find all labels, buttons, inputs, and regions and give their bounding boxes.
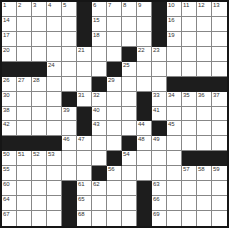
clue-number: 4 (48, 2, 51, 9)
black-cell (167, 77, 182, 92)
grid-cell[interactable] (32, 107, 47, 122)
clue-number: 23 (153, 47, 160, 54)
clue-number: 20 (3, 47, 10, 54)
grid-cell[interactable]: 36 (197, 92, 212, 107)
clue-number: 17 (3, 32, 10, 39)
black-cell (152, 17, 167, 32)
grid-cell[interactable]: 3 (32, 2, 47, 17)
grid-cell[interactable]: 16 (167, 17, 182, 32)
grid-cell[interactable] (182, 211, 197, 226)
grid-cell[interactable] (197, 32, 212, 47)
clue-number: 51 (18, 151, 25, 158)
grid-cell[interactable] (77, 62, 92, 77)
crossword-grid: 1234567891011121314151617181920212223242… (0, 0, 229, 228)
grid-cell[interactable] (17, 17, 32, 32)
black-cell (122, 136, 137, 151)
grid-cell[interactable] (182, 32, 197, 47)
clue-number: 22 (138, 47, 145, 54)
grid-cell[interactable] (212, 107, 227, 122)
clue-number: 56 (108, 166, 115, 173)
clue-number: 66 (153, 196, 160, 203)
grid-cell[interactable] (47, 77, 62, 92)
grid-cell[interactable]: 30 (2, 92, 17, 107)
black-cell (92, 77, 107, 92)
grid-cell[interactable] (197, 47, 212, 62)
grid-cell[interactable] (92, 211, 107, 226)
grid-cell[interactable] (17, 196, 32, 211)
grid-cell[interactable] (197, 107, 212, 122)
grid-cell[interactable]: 60 (2, 181, 17, 196)
black-cell (212, 77, 227, 92)
grid-cell[interactable] (17, 181, 32, 196)
grid-cell[interactable] (17, 211, 32, 226)
black-cell (107, 62, 122, 77)
grid-cell[interactable] (197, 181, 212, 196)
grid-cell[interactable]: 49 (152, 136, 167, 151)
grid-cell[interactable]: 8 (122, 2, 137, 17)
clue-number: 33 (153, 92, 160, 99)
grid-cell[interactable] (92, 136, 107, 151)
grid-cell[interactable] (92, 151, 107, 166)
grid-cell[interactable] (107, 121, 122, 136)
clue-number: 10 (168, 2, 175, 9)
grid-cell[interactable] (122, 166, 137, 181)
grid-cell[interactable] (137, 17, 152, 32)
grid-cell[interactable] (62, 121, 77, 136)
grid-cell[interactable] (17, 166, 32, 181)
grid-cell[interactable] (167, 62, 182, 77)
clue-number: 43 (93, 121, 100, 128)
grid-cell[interactable]: 43 (92, 121, 107, 136)
grid-cell[interactable] (167, 211, 182, 226)
clue-number: 3 (33, 2, 36, 9)
grid-cell[interactable] (62, 32, 77, 47)
grid-cell[interactable]: 32 (92, 92, 107, 107)
grid-cell[interactable] (17, 32, 32, 47)
grid-cell[interactable] (167, 181, 182, 196)
grid-cell[interactable] (17, 107, 32, 122)
grid-cell[interactable]: 20 (2, 47, 17, 62)
grid-cell[interactable] (182, 62, 197, 77)
grid-cell[interactable]: 64 (2, 196, 17, 211)
grid-cell[interactable] (77, 77, 92, 92)
grid-cell[interactable]: 39 (62, 107, 77, 122)
black-cell (77, 32, 92, 47)
clue-number: 5 (63, 2, 66, 9)
grid-cell[interactable]: 5 (62, 2, 77, 17)
grid-cell[interactable]: 46 (62, 136, 77, 151)
clue-number: 54 (123, 151, 130, 158)
grid-cell[interactable] (197, 211, 212, 226)
clue-number: 58 (198, 166, 205, 173)
grid-cell[interactable]: 26 (2, 77, 17, 92)
clue-number: 21 (78, 47, 85, 54)
clue-number: 16 (168, 17, 175, 24)
grid-cell[interactable]: 52 (32, 151, 47, 166)
grid-cell[interactable]: 18 (92, 32, 107, 47)
grid-cell[interactable] (212, 32, 227, 47)
grid-cell[interactable] (167, 151, 182, 166)
clue-number: 18 (93, 32, 100, 39)
grid-cell[interactable] (92, 62, 107, 77)
black-cell (182, 151, 197, 166)
clue-number: 11 (183, 2, 189, 9)
clue-number: 49 (153, 136, 160, 143)
grid-cell[interactable]: 34 (167, 92, 182, 107)
clue-number: 63 (153, 181, 160, 188)
grid-cell[interactable] (137, 166, 152, 181)
clue-number: 40 (93, 107, 100, 114)
clue-number: 38 (3, 107, 10, 114)
grid-cell[interactable] (137, 77, 152, 92)
black-cell (137, 181, 152, 196)
clue-number: 50 (3, 151, 10, 158)
grid-cell[interactable] (212, 47, 227, 62)
grid-cell[interactable] (212, 136, 227, 151)
grid-cell[interactable]: 41 (152, 107, 167, 122)
grid-cell[interactable]: 68 (77, 211, 92, 226)
grid-cell[interactable]: 38 (2, 107, 17, 122)
grid-cell[interactable] (47, 181, 62, 196)
grid-cell[interactable] (122, 32, 137, 47)
grid-cell[interactable] (197, 121, 212, 136)
grid-cell[interactable]: 66 (152, 196, 167, 211)
grid-cell[interactable]: 14 (2, 17, 17, 32)
grid-cell[interactable] (182, 121, 197, 136)
grid-cell[interactable] (197, 62, 212, 77)
grid-cell[interactable] (47, 107, 62, 122)
grid-cell[interactable] (122, 211, 137, 226)
black-cell (152, 121, 167, 136)
grid-cell[interactable]: 21 (77, 47, 92, 62)
grid-cell[interactable] (167, 166, 182, 181)
black-cell (62, 211, 77, 226)
grid-cell[interactable] (152, 166, 167, 181)
grid-cell[interactable] (107, 107, 122, 122)
black-cell (107, 151, 122, 166)
grid-cell[interactable]: 37 (212, 92, 227, 107)
grid-cell[interactable]: 50 (2, 151, 17, 166)
clue-number: 55 (3, 166, 10, 173)
grid-cell[interactable] (92, 196, 107, 211)
clue-number: 57 (183, 166, 190, 173)
grid-cell[interactable] (167, 107, 182, 122)
grid-cell[interactable]: 57 (182, 166, 197, 181)
grid-cell[interactable] (47, 211, 62, 226)
clue-number: 44 (138, 121, 145, 128)
black-cell (77, 17, 92, 32)
grid-cell[interactable]: 40 (92, 107, 107, 122)
grid-cell[interactable]: 9 (137, 2, 152, 17)
grid-cell[interactable]: 12 (197, 2, 212, 17)
grid-cell[interactable] (107, 17, 122, 32)
black-cell (32, 62, 47, 77)
grid-cell[interactable]: 54 (122, 151, 137, 166)
grid-cell[interactable]: 10 (167, 2, 182, 17)
grid-cell[interactable] (212, 62, 227, 77)
grid-cell[interactable] (47, 121, 62, 136)
grid-cell[interactable] (167, 196, 182, 211)
grid-cell[interactable]: 17 (2, 32, 17, 47)
black-cell (92, 166, 107, 181)
grid-cell[interactable]: 42 (2, 121, 17, 136)
grid-cell[interactable]: 69 (152, 211, 167, 226)
grid-cell[interactable] (32, 17, 47, 32)
grid-cell[interactable] (197, 136, 212, 151)
black-cell (77, 107, 92, 122)
clue-number: 8 (123, 2, 126, 9)
grid-cell[interactable] (17, 47, 32, 62)
black-cell (137, 211, 152, 226)
grid-cell[interactable] (212, 211, 227, 226)
clue-number: 26 (3, 77, 10, 84)
grid-cell[interactable] (152, 62, 167, 77)
grid-cell[interactable]: 35 (182, 92, 197, 107)
clue-number: 65 (78, 196, 85, 203)
grid-cell[interactable] (152, 151, 167, 166)
black-cell (77, 121, 92, 136)
grid-cell[interactable]: 51 (17, 151, 32, 166)
clue-number: 69 (153, 211, 160, 218)
grid-cell[interactable]: 7 (107, 2, 122, 17)
grid-cell[interactable]: 61 (77, 181, 92, 196)
clue-number: 12 (198, 2, 205, 9)
grid-cell[interactable]: 29 (107, 77, 122, 92)
clue-number: 67 (3, 211, 10, 218)
clue-number: 60 (3, 181, 10, 188)
black-cell (2, 62, 17, 77)
clue-number: 1 (3, 2, 6, 9)
grid-cell[interactable] (47, 32, 62, 47)
grid-cell[interactable] (32, 166, 47, 181)
clue-number: 29 (108, 77, 115, 84)
grid-cell[interactable] (122, 17, 137, 32)
clue-number: 41 (153, 107, 160, 114)
clue-number: 48 (138, 136, 145, 143)
grid-cell[interactable] (47, 166, 62, 181)
grid-cell[interactable] (122, 107, 137, 122)
clue-number: 27 (18, 77, 25, 84)
grid-cell[interactable]: 22 (137, 47, 152, 62)
black-cell (197, 77, 212, 92)
grid-cell[interactable]: 31 (77, 92, 92, 107)
grid-cell[interactable] (212, 196, 227, 211)
clue-number: 68 (78, 211, 85, 218)
clue-number: 30 (3, 92, 10, 99)
grid-cell[interactable] (197, 17, 212, 32)
grid-cell[interactable] (62, 166, 77, 181)
black-cell (197, 151, 212, 166)
grid-cell[interactable] (32, 181, 47, 196)
grid-cell[interactable]: 67 (2, 211, 17, 226)
clue-number: 61 (78, 181, 85, 188)
black-cell (182, 77, 197, 92)
grid-cell[interactable] (77, 151, 92, 166)
grid-cell[interactable]: 1 (2, 2, 17, 17)
black-cell (62, 92, 77, 107)
grid-cell[interactable]: 59 (212, 166, 227, 181)
grid-cell[interactable]: 6 (92, 2, 107, 17)
clue-number: 36 (198, 92, 205, 99)
clue-number: 25 (123, 62, 130, 69)
black-cell (32, 136, 47, 151)
grid-cell[interactable]: 28 (32, 77, 47, 92)
clue-number: 15 (93, 17, 100, 24)
grid-cell[interactable] (182, 107, 197, 122)
clue-number: 28 (33, 77, 40, 84)
grid-cell[interactable]: 62 (92, 181, 107, 196)
grid-cell[interactable] (107, 136, 122, 151)
grid-cell[interactable]: 45 (167, 121, 182, 136)
black-cell (62, 196, 77, 211)
grid-cell[interactable] (32, 32, 47, 47)
clue-number: 32 (93, 92, 100, 99)
clue-number: 47 (78, 136, 85, 143)
grid-cell[interactable] (122, 181, 137, 196)
grid-cell[interactable] (107, 32, 122, 47)
grid-cell[interactable] (107, 211, 122, 226)
black-cell (137, 92, 152, 107)
grid-cell[interactable] (212, 181, 227, 196)
grid-cell[interactable] (122, 77, 137, 92)
grid-cell[interactable] (137, 151, 152, 166)
clue-number: 53 (48, 151, 55, 158)
clue-number: 6 (93, 2, 96, 9)
grid-cell[interactable]: 23 (152, 47, 167, 62)
clue-number: 64 (3, 196, 10, 203)
grid-cell[interactable] (182, 47, 197, 62)
grid-cell[interactable] (197, 196, 212, 211)
grid-cell[interactable]: 33 (152, 92, 167, 107)
clue-number: 52 (33, 151, 40, 158)
grid-cell[interactable] (47, 196, 62, 211)
grid-cell[interactable] (107, 196, 122, 211)
grid-cell[interactable] (92, 47, 107, 62)
grid-cell[interactable]: 63 (152, 181, 167, 196)
black-cell (17, 136, 32, 151)
clue-number: 37 (213, 92, 220, 99)
grid-cell[interactable]: 11 (182, 2, 197, 17)
grid-cell[interactable]: 56 (107, 166, 122, 181)
black-cell (17, 62, 32, 77)
grid-cell[interactable]: 55 (2, 166, 17, 181)
grid-cell[interactable] (32, 47, 47, 62)
grid-cell[interactable] (167, 47, 182, 62)
clue-number: 39 (63, 107, 70, 114)
grid-cell[interactable]: 13 (212, 2, 227, 17)
grid-cell[interactable]: 58 (197, 166, 212, 181)
clue-number: 14 (3, 17, 10, 24)
grid-cell[interactable] (137, 62, 152, 77)
grid-cell[interactable]: 19 (167, 32, 182, 47)
grid-cell[interactable] (212, 121, 227, 136)
grid-cell[interactable] (182, 136, 197, 151)
grid-cell[interactable] (17, 121, 32, 136)
black-cell (122, 47, 137, 62)
grid-cell[interactable] (107, 47, 122, 62)
grid-cell[interactable] (122, 121, 137, 136)
clue-number: 35 (183, 92, 190, 99)
black-cell (2, 136, 17, 151)
grid-cell[interactable] (122, 92, 137, 107)
clue-number: 31 (78, 92, 85, 99)
grid-cell[interactable] (62, 77, 77, 92)
grid-cell[interactable] (107, 92, 122, 107)
grid-cell[interactable]: 4 (47, 2, 62, 17)
grid-cell[interactable] (122, 196, 137, 211)
clue-number: 45 (168, 121, 175, 128)
black-cell (137, 196, 152, 211)
grid-cell[interactable] (107, 181, 122, 196)
grid-cell[interactable] (32, 196, 47, 211)
grid-cell[interactable]: 25 (122, 62, 137, 77)
grid-cell[interactable] (182, 17, 197, 32)
black-cell (152, 32, 167, 47)
grid-cell[interactable] (137, 32, 152, 47)
grid-cell[interactable] (47, 47, 62, 62)
grid-cell[interactable] (62, 17, 77, 32)
grid-cell[interactable] (182, 181, 197, 196)
clue-number: 2 (18, 2, 21, 9)
grid-cell[interactable] (47, 17, 62, 32)
grid-cell[interactable] (62, 47, 77, 62)
grid-cell[interactable]: 27 (17, 77, 32, 92)
black-cell (137, 107, 152, 122)
grid-cell[interactable] (17, 92, 32, 107)
clue-number: 59 (213, 166, 220, 173)
grid-cell[interactable] (62, 151, 77, 166)
clue-number: 13 (213, 2, 220, 9)
grid-cell[interactable]: 65 (77, 196, 92, 211)
grid-cell[interactable]: 53 (47, 151, 62, 166)
clue-number: 19 (168, 32, 175, 39)
grid-cell[interactable] (62, 62, 77, 77)
black-cell (47, 136, 62, 151)
black-cell (62, 181, 77, 196)
black-cell (152, 2, 167, 17)
grid-cell[interactable] (47, 92, 62, 107)
black-cell (77, 2, 92, 17)
clue-number: 34 (168, 92, 175, 99)
grid-cell[interactable] (212, 17, 227, 32)
grid-cell[interactable] (167, 136, 182, 151)
grid-cell[interactable]: 48 (137, 136, 152, 151)
grid-cell[interactable] (152, 77, 167, 92)
clue-number: 42 (3, 121, 10, 128)
grid-cell[interactable] (32, 211, 47, 226)
grid-cell[interactable] (32, 92, 47, 107)
grid-cell[interactable]: 2 (17, 2, 32, 17)
clue-number: 62 (93, 181, 100, 188)
grid-cell[interactable]: 44 (137, 121, 152, 136)
grid-cell[interactable] (182, 196, 197, 211)
grid-cell[interactable]: 47 (77, 136, 92, 151)
grid-cell[interactable] (32, 121, 47, 136)
grid-cell[interactable] (77, 166, 92, 181)
grid-cell[interactable]: 24 (47, 62, 62, 77)
clue-number: 7 (108, 2, 111, 9)
clue-number: 46 (63, 136, 70, 143)
clue-number: 24 (48, 62, 55, 69)
grid-cell[interactable]: 15 (92, 17, 107, 32)
clue-number: 9 (138, 2, 141, 9)
black-cell (212, 151, 227, 166)
